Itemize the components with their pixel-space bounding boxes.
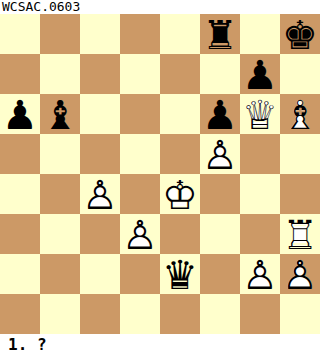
square-g8[interactable] [240,14,280,54]
square-a4[interactable] [0,174,40,214]
square-g1[interactable] [240,294,280,334]
square-b4[interactable] [40,174,80,214]
square-e4[interactable]: ♚♔ [160,174,200,214]
white-pawn: ♟♙ [120,214,160,254]
square-f7[interactable] [200,54,240,94]
square-h4[interactable] [280,174,320,214]
square-a7[interactable] [0,54,40,94]
square-c2[interactable] [80,254,120,294]
white-king: ♚♔ [160,174,200,214]
chess-board: ♜♚♟♟♝♟♛♕♝♗♟♙♟♙♚♔♟♙♜♖♛♟♙♟♙ [0,14,320,334]
square-b5[interactable] [40,134,80,174]
square-g5[interactable] [240,134,280,174]
square-f3[interactable] [200,214,240,254]
square-c1[interactable] [80,294,120,334]
square-g4[interactable] [240,174,280,214]
square-b3[interactable] [40,214,80,254]
square-h8[interactable]: ♚ [280,14,320,54]
square-d3[interactable]: ♟♙ [120,214,160,254]
square-f6[interactable]: ♟ [200,94,240,134]
square-h5[interactable] [280,134,320,174]
square-c3[interactable] [80,214,120,254]
square-h7[interactable] [280,54,320,94]
square-d4[interactable] [120,174,160,214]
black-queen: ♛ [160,254,200,294]
square-e8[interactable] [160,14,200,54]
square-g6[interactable]: ♛♕ [240,94,280,134]
square-e6[interactable] [160,94,200,134]
square-f8[interactable]: ♜ [200,14,240,54]
square-g2[interactable]: ♟♙ [240,254,280,294]
square-g7[interactable]: ♟ [240,54,280,94]
square-a3[interactable] [0,214,40,254]
square-a8[interactable] [0,14,40,54]
square-b2[interactable] [40,254,80,294]
square-f1[interactable] [200,294,240,334]
square-d7[interactable] [120,54,160,94]
black-bishop: ♝ [40,94,80,134]
square-d5[interactable] [120,134,160,174]
square-c5[interactable] [80,134,120,174]
square-d2[interactable] [120,254,160,294]
square-e1[interactable] [160,294,200,334]
white-pawn: ♟♙ [80,174,120,214]
square-c8[interactable] [80,14,120,54]
square-c6[interactable] [80,94,120,134]
white-pawn: ♟♙ [240,254,280,294]
square-d1[interactable] [120,294,160,334]
square-a5[interactable] [0,134,40,174]
square-h3[interactable]: ♜♖ [280,214,320,254]
black-pawn: ♟ [200,94,240,134]
square-c4[interactable]: ♟♙ [80,174,120,214]
white-pawn: ♟♙ [280,254,320,294]
black-pawn: ♟ [240,54,280,94]
square-b6[interactable]: ♝ [40,94,80,134]
square-e2[interactable]: ♛ [160,254,200,294]
white-rook: ♜♖ [280,214,320,254]
square-e5[interactable] [160,134,200,174]
square-b7[interactable] [40,54,80,94]
puzzle-id: WCSAC.0603 [0,0,320,14]
square-b8[interactable] [40,14,80,54]
square-d6[interactable] [120,94,160,134]
move-prompt: 1. ? [0,334,320,360]
square-h2[interactable]: ♟♙ [280,254,320,294]
square-h6[interactable]: ♝♗ [280,94,320,134]
black-rook: ♜ [200,14,240,54]
square-c7[interactable] [80,54,120,94]
white-queen: ♛♕ [240,94,280,134]
square-f2[interactable] [200,254,240,294]
square-a1[interactable] [0,294,40,334]
square-b1[interactable] [40,294,80,334]
white-pawn: ♟♙ [200,134,240,174]
square-f5[interactable]: ♟♙ [200,134,240,174]
black-king: ♚ [280,14,320,54]
white-bishop: ♝♗ [280,94,320,134]
square-a2[interactable] [0,254,40,294]
square-a6[interactable]: ♟ [0,94,40,134]
black-pawn: ♟ [0,94,40,134]
square-d8[interactable] [120,14,160,54]
square-g3[interactable] [240,214,280,254]
square-f4[interactable] [200,174,240,214]
square-e3[interactable] [160,214,200,254]
square-h1[interactable] [280,294,320,334]
square-e7[interactable] [160,54,200,94]
